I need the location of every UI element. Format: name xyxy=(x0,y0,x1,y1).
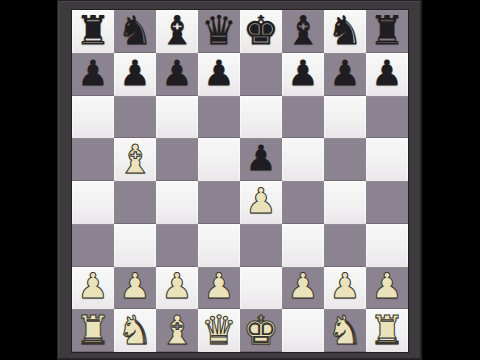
square-b2[interactable]: ♟ xyxy=(114,267,156,310)
square-f4[interactable] xyxy=(282,181,324,224)
black-queen: ♛ xyxy=(198,10,240,53)
white-knight: ♞ xyxy=(114,309,156,352)
square-h1[interactable]: ♜ xyxy=(366,309,408,352)
square-g5[interactable] xyxy=(324,138,366,181)
black-pawn: ♟ xyxy=(114,53,156,96)
white-bishop: ♝ xyxy=(114,138,156,181)
white-rook: ♜ xyxy=(72,309,114,352)
black-pawn: ♟ xyxy=(72,53,114,96)
square-f3[interactable] xyxy=(282,224,324,267)
square-d5[interactable] xyxy=(198,138,240,181)
square-c3[interactable] xyxy=(156,224,198,267)
letterbox-left xyxy=(0,0,57,360)
square-b8[interactable]: ♞ xyxy=(114,10,156,53)
square-d3[interactable] xyxy=(198,224,240,267)
square-a6[interactable] xyxy=(72,96,114,139)
square-g3[interactable] xyxy=(324,224,366,267)
white-pawn: ♟ xyxy=(198,267,240,310)
square-h6[interactable] xyxy=(366,96,408,139)
square-e5[interactable]: ♟ xyxy=(240,138,282,181)
square-b7[interactable]: ♟ xyxy=(114,53,156,96)
square-g4[interactable] xyxy=(324,181,366,224)
black-pawn: ♟ xyxy=(324,53,366,96)
black-rook: ♜ xyxy=(72,10,114,53)
chess-board: ♜♞♝♛♚♝♞♜♟♟♟♟♟♟♟♝♟♟♟♟♟♟♟♟♟♜♞♝♛♚♞♜ xyxy=(72,10,408,352)
white-pawn: ♟ xyxy=(114,267,156,310)
chess-board-frame: ♜♞♝♛♚♝♞♜♟♟♟♟♟♟♟♝♟♟♟♟♟♟♟♟♟♜♞♝♛♚♞♜ xyxy=(57,0,422,360)
square-c2[interactable]: ♟ xyxy=(156,267,198,310)
square-e4[interactable]: ♟ xyxy=(240,181,282,224)
square-h7[interactable]: ♟ xyxy=(366,53,408,96)
square-f8[interactable]: ♝ xyxy=(282,10,324,53)
square-f2[interactable]: ♟ xyxy=(282,267,324,310)
square-h4[interactable] xyxy=(366,181,408,224)
black-bishop: ♝ xyxy=(156,10,198,53)
white-pawn: ♟ xyxy=(282,267,324,310)
square-a8[interactable]: ♜ xyxy=(72,10,114,53)
square-a3[interactable] xyxy=(72,224,114,267)
white-rook: ♜ xyxy=(366,309,408,352)
square-c1[interactable]: ♝ xyxy=(156,309,198,352)
square-e6[interactable] xyxy=(240,96,282,139)
square-b4[interactable] xyxy=(114,181,156,224)
square-h3[interactable] xyxy=(366,224,408,267)
square-d6[interactable] xyxy=(198,96,240,139)
white-knight: ♞ xyxy=(324,309,366,352)
black-knight: ♞ xyxy=(114,10,156,53)
letterbox-right xyxy=(422,0,480,360)
white-queen: ♛ xyxy=(198,309,240,352)
white-pawn: ♟ xyxy=(240,181,282,224)
square-d1[interactable]: ♛ xyxy=(198,309,240,352)
square-h2[interactable]: ♟ xyxy=(366,267,408,310)
black-pawn: ♟ xyxy=(240,138,282,181)
square-f5[interactable] xyxy=(282,138,324,181)
square-a2[interactable]: ♟ xyxy=(72,267,114,310)
square-g2[interactable]: ♟ xyxy=(324,267,366,310)
square-f1[interactable] xyxy=(282,309,324,352)
square-c6[interactable] xyxy=(156,96,198,139)
square-e1[interactable]: ♚ xyxy=(240,309,282,352)
square-f7[interactable]: ♟ xyxy=(282,53,324,96)
square-f6[interactable] xyxy=(282,96,324,139)
square-d2[interactable]: ♟ xyxy=(198,267,240,310)
square-h5[interactable] xyxy=(366,138,408,181)
square-c5[interactable] xyxy=(156,138,198,181)
square-e8[interactable]: ♚ xyxy=(240,10,282,53)
black-knight: ♞ xyxy=(324,10,366,53)
square-e7[interactable] xyxy=(240,53,282,96)
square-b6[interactable] xyxy=(114,96,156,139)
black-pawn: ♟ xyxy=(366,53,408,96)
square-h8[interactable]: ♜ xyxy=(366,10,408,53)
white-king: ♚ xyxy=(240,309,282,352)
black-pawn: ♟ xyxy=(282,53,324,96)
square-c4[interactable] xyxy=(156,181,198,224)
square-b1[interactable]: ♞ xyxy=(114,309,156,352)
square-c7[interactable]: ♟ xyxy=(156,53,198,96)
square-b3[interactable] xyxy=(114,224,156,267)
white-bishop: ♝ xyxy=(156,309,198,352)
square-a4[interactable] xyxy=(72,181,114,224)
video-frame: ♜♞♝♛♚♝♞♜♟♟♟♟♟♟♟♝♟♟♟♟♟♟♟♟♟♜♞♝♛♚♞♜ xyxy=(0,0,480,360)
square-d7[interactable]: ♟ xyxy=(198,53,240,96)
square-a5[interactable] xyxy=(72,138,114,181)
white-pawn: ♟ xyxy=(366,267,408,310)
black-king: ♚ xyxy=(240,10,282,53)
black-rook: ♜ xyxy=(366,10,408,53)
square-g6[interactable] xyxy=(324,96,366,139)
square-a1[interactable]: ♜ xyxy=(72,309,114,352)
square-g7[interactable]: ♟ xyxy=(324,53,366,96)
white-pawn: ♟ xyxy=(156,267,198,310)
square-a7[interactable]: ♟ xyxy=(72,53,114,96)
square-d8[interactable]: ♛ xyxy=(198,10,240,53)
square-d4[interactable] xyxy=(198,181,240,224)
white-pawn: ♟ xyxy=(324,267,366,310)
black-pawn: ♟ xyxy=(198,53,240,96)
black-bishop: ♝ xyxy=(282,10,324,53)
square-e3[interactable] xyxy=(240,224,282,267)
square-g1[interactable]: ♞ xyxy=(324,309,366,352)
black-pawn: ♟ xyxy=(156,53,198,96)
square-e2[interactable] xyxy=(240,267,282,310)
white-pawn: ♟ xyxy=(72,267,114,310)
square-b5[interactable]: ♝ xyxy=(114,138,156,181)
square-g8[interactable]: ♞ xyxy=(324,10,366,53)
square-c8[interactable]: ♝ xyxy=(156,10,198,53)
